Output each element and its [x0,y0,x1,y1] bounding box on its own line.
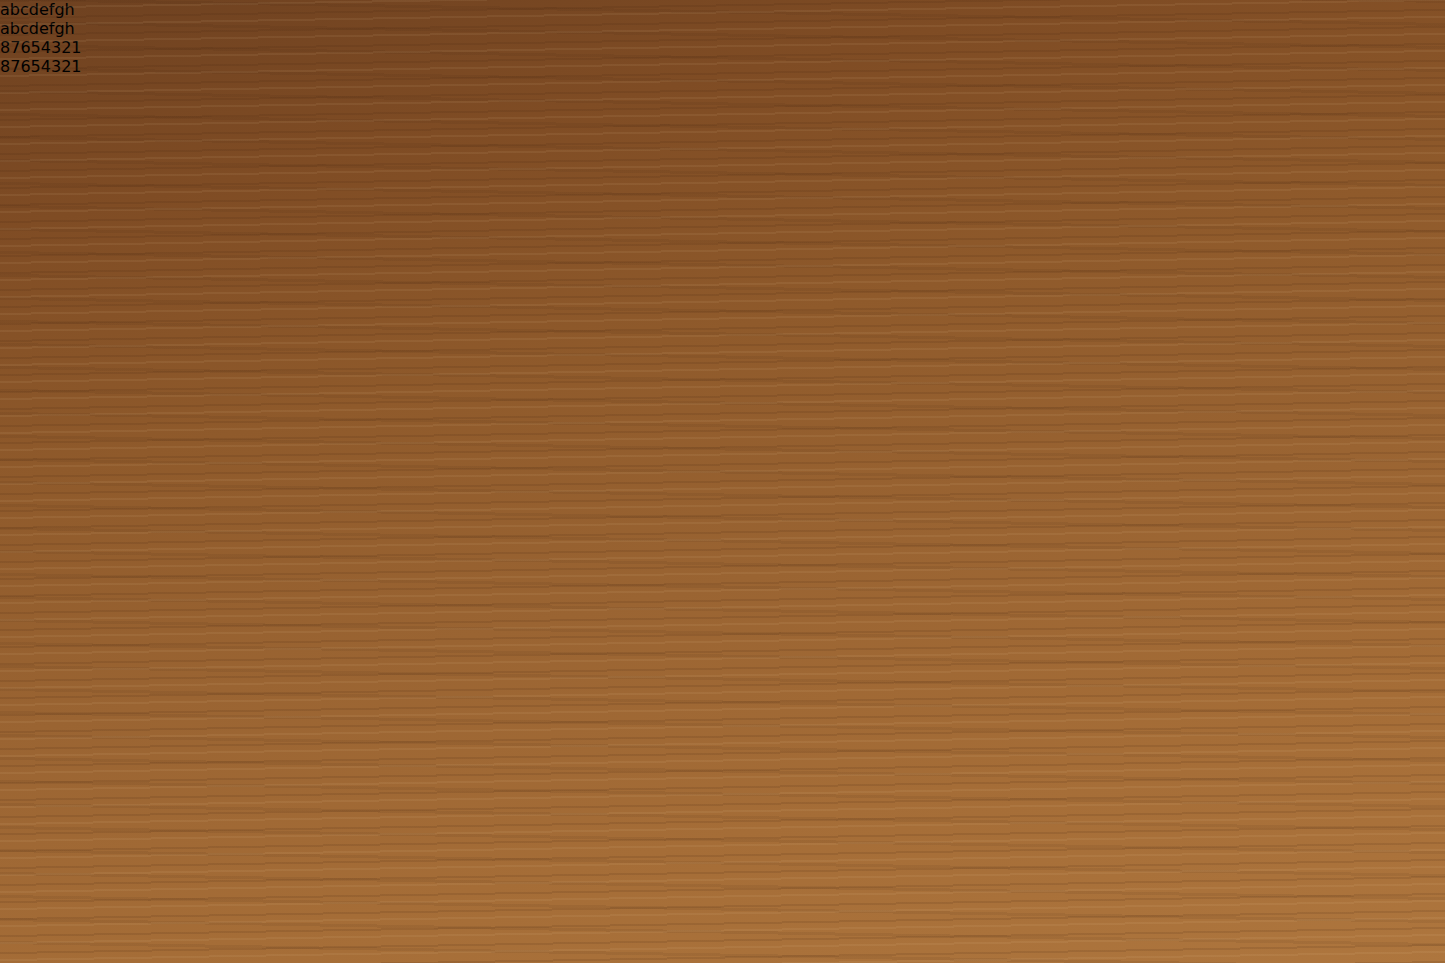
coordinate-label-h: h [65,0,75,19]
coordinate-label-1: 1 [71,38,81,57]
coordinate-label-d: d [29,0,39,19]
scene: abcdefgh abcdefgh 87654321 87654321 [0,0,1445,963]
wood-table-background [0,0,1445,963]
coords-left: 87654321 [0,38,1445,57]
coordinate-label-c: c [20,0,29,19]
coordinate-label-5: 5 [31,57,41,76]
coordinate-label-4: 4 [41,38,51,57]
coordinate-label-h: h [65,19,75,38]
coords-bottom: abcdefgh [0,19,1445,38]
coordinate-label-c: c [20,19,29,38]
coordinate-label-6: 6 [20,38,30,57]
coordinate-label-6: 6 [20,57,30,76]
coordinate-label-7: 7 [10,57,20,76]
coordinate-label-a: a [0,19,10,38]
coordinate-label-4: 4 [41,57,51,76]
coordinate-label-1: 1 [71,57,81,76]
chess-mat: abcdefgh abcdefgh 87654321 87654321 [0,0,1445,76]
coordinate-label-e: e [39,0,49,19]
coordinate-label-a: a [0,0,10,19]
coordinate-label-3: 3 [51,57,61,76]
coordinate-label-2: 2 [61,57,71,76]
coords-top: abcdefgh [0,0,1445,19]
coordinate-label-2: 2 [61,38,71,57]
coordinate-label-b: b [10,0,20,19]
wood-grain-texture [0,0,1445,963]
coordinate-label-8: 8 [0,57,10,76]
chess-mat-perspective-wrap: abcdefgh abcdefgh 87654321 87654321 [0,0,1445,76]
coordinate-label-b: b [10,19,20,38]
coordinate-label-7: 7 [10,38,20,57]
coordinate-label-e: e [39,19,49,38]
coordinate-label-5: 5 [31,38,41,57]
coordinate-label-g: g [54,0,64,19]
coordinate-label-g: g [54,19,64,38]
coords-right: 87654321 [0,57,1445,76]
coordinate-label-3: 3 [51,38,61,57]
coordinate-label-8: 8 [0,38,10,57]
coordinate-label-d: d [29,19,39,38]
